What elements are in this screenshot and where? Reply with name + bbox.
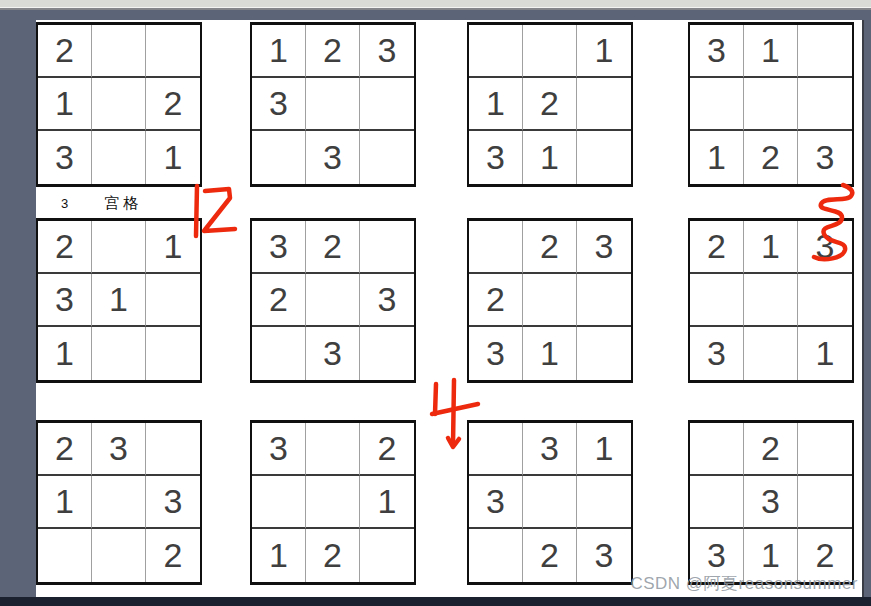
puzzle-grid-6: 32233 — [250, 218, 416, 383]
given-cell: 1 — [469, 78, 523, 131]
empty-cell[interactable] — [360, 78, 414, 131]
empty-cell[interactable] — [146, 423, 200, 476]
given-cell: 3 — [469, 131, 523, 184]
given-cell: 2 — [469, 274, 523, 327]
window-top-strip — [0, 0, 871, 7]
empty-cell[interactable] — [690, 423, 744, 476]
given-cell: 3 — [577, 529, 631, 582]
given-cell: 3 — [469, 476, 523, 529]
given-cell: 3 — [360, 274, 414, 327]
given-cell: 3 — [252, 423, 306, 476]
given-cell: 2 — [146, 529, 200, 582]
empty-cell[interactable] — [146, 327, 200, 380]
empty-cell[interactable] — [306, 423, 360, 476]
empty-cell[interactable] — [92, 25, 146, 78]
given-cell: 2 — [523, 78, 577, 131]
empty-cell[interactable] — [92, 221, 146, 274]
given-cell: 3 — [306, 131, 360, 184]
empty-cell[interactable] — [146, 25, 200, 78]
given-cell: 1 — [523, 327, 577, 380]
puzzle-grid-5: 21311 — [36, 218, 202, 383]
empty-cell[interactable] — [92, 476, 146, 529]
given-cell: 1 — [690, 131, 744, 184]
empty-cell[interactable] — [744, 274, 798, 327]
given-cell: 3 — [92, 423, 146, 476]
given-cell: 1 — [92, 274, 146, 327]
given-cell: 1 — [252, 25, 306, 78]
empty-cell[interactable] — [252, 476, 306, 529]
puzzle-grid-7: 23231 — [467, 218, 633, 383]
empty-cell[interactable] — [306, 476, 360, 529]
empty-cell[interactable] — [92, 529, 146, 582]
watermark: CSDN @阿夏reasonsummer — [630, 572, 858, 595]
empty-cell[interactable] — [306, 78, 360, 131]
top-strip-divider — [0, 8, 871, 10]
given-cell: 2 — [252, 274, 306, 327]
empty-cell[interactable] — [523, 25, 577, 78]
given-cell: 3 — [38, 131, 92, 184]
empty-cell[interactable] — [798, 476, 852, 529]
empty-cell[interactable] — [360, 131, 414, 184]
given-cell: 3 — [306, 327, 360, 380]
puzzle-grid-8: 21331 — [688, 218, 854, 383]
empty-cell[interactable] — [360, 327, 414, 380]
given-cell: 3 — [798, 221, 852, 274]
given-cell: 1 — [252, 529, 306, 582]
given-cell: 1 — [577, 423, 631, 476]
empty-cell[interactable] — [744, 327, 798, 380]
given-cell: 2 — [38, 423, 92, 476]
empty-cell[interactable] — [577, 327, 631, 380]
given-cell: 2 — [523, 529, 577, 582]
sheet-label-number: 3 — [61, 196, 68, 211]
given-cell: 3 — [469, 327, 523, 380]
window-bottom-bar — [0, 597, 871, 606]
empty-cell[interactable] — [690, 274, 744, 327]
app-window: 21231 12333 11231 31123 21311 32233 2323… — [0, 0, 871, 606]
puzzle-grid-2: 12333 — [250, 22, 416, 187]
given-cell: 1 — [146, 221, 200, 274]
given-cell: 1 — [798, 327, 852, 380]
puzzle-grid-11: 31323 — [467, 420, 633, 585]
empty-cell[interactable] — [92, 131, 146, 184]
empty-cell[interactable] — [469, 221, 523, 274]
empty-cell[interactable] — [92, 78, 146, 131]
empty-cell[interactable] — [360, 221, 414, 274]
given-cell: 1 — [577, 25, 631, 78]
given-cell: 1 — [38, 476, 92, 529]
given-cell: 1 — [523, 131, 577, 184]
empty-cell[interactable] — [469, 529, 523, 582]
empty-cell[interactable] — [577, 274, 631, 327]
puzzle-grid-4: 31123 — [688, 22, 854, 187]
empty-cell[interactable] — [92, 327, 146, 380]
given-cell: 1 — [38, 327, 92, 380]
sheet-label: 3 宫格 — [36, 188, 202, 218]
given-cell: 3 — [360, 25, 414, 78]
given-cell: 2 — [744, 423, 798, 476]
sheet-label-text: 宫格 — [104, 194, 142, 213]
empty-cell[interactable] — [469, 25, 523, 78]
given-cell: 2 — [690, 221, 744, 274]
given-cell: 3 — [38, 274, 92, 327]
empty-cell[interactable] — [690, 476, 744, 529]
given-cell: 2 — [360, 423, 414, 476]
empty-cell[interactable] — [577, 131, 631, 184]
empty-cell[interactable] — [798, 423, 852, 476]
puzzle-grid-1: 21231 — [36, 22, 202, 187]
given-cell: 1 — [744, 25, 798, 78]
empty-cell[interactable] — [744, 78, 798, 131]
puzzle-grid-9: 23132 — [36, 420, 202, 585]
empty-cell[interactable] — [38, 529, 92, 582]
given-cell: 3 — [690, 327, 744, 380]
worksheet-page: 21231 12333 11231 31123 21311 32233 2323… — [36, 20, 864, 599]
empty-cell[interactable] — [798, 78, 852, 131]
given-cell: 2 — [38, 221, 92, 274]
puzzle-grid-12: 23312 — [688, 420, 854, 585]
given-cell: 2 — [523, 221, 577, 274]
given-cell: 2 — [306, 25, 360, 78]
empty-cell[interactable] — [306, 274, 360, 327]
empty-cell[interactable] — [360, 529, 414, 582]
puzzle-grid-3: 11231 — [467, 22, 633, 187]
given-cell: 1 — [744, 221, 798, 274]
empty-cell[interactable] — [577, 78, 631, 131]
given-cell: 3 — [146, 476, 200, 529]
empty-cell[interactable] — [690, 78, 744, 131]
empty-cell[interactable] — [469, 423, 523, 476]
empty-cell[interactable] — [252, 327, 306, 380]
empty-cell[interactable] — [798, 274, 852, 327]
given-cell: 3 — [523, 423, 577, 476]
given-cell: 1 — [146, 131, 200, 184]
given-cell: 3 — [252, 78, 306, 131]
empty-cell[interactable] — [798, 25, 852, 78]
given-cell: 3 — [744, 476, 798, 529]
empty-cell[interactable] — [146, 274, 200, 327]
empty-cell[interactable] — [523, 476, 577, 529]
given-cell: 3 — [252, 221, 306, 274]
given-cell: 1 — [360, 476, 414, 529]
given-cell: 3 — [798, 131, 852, 184]
given-cell: 3 — [577, 221, 631, 274]
given-cell: 2 — [146, 78, 200, 131]
empty-cell[interactable] — [523, 274, 577, 327]
empty-cell[interactable] — [577, 476, 631, 529]
puzzle-grid-10: 32112 — [250, 420, 416, 585]
empty-cell[interactable] — [252, 131, 306, 184]
given-cell: 3 — [690, 25, 744, 78]
given-cell: 2 — [744, 131, 798, 184]
given-cell: 2 — [306, 221, 360, 274]
given-cell: 2 — [38, 25, 92, 78]
given-cell: 2 — [306, 529, 360, 582]
given-cell: 1 — [38, 78, 92, 131]
